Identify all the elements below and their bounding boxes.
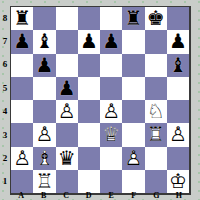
square-c8[interactable] [56,7,78,30]
rank-label-4: 4 [0,100,10,123]
square-h7[interactable]: ♟ [167,30,189,53]
square-f3[interactable] [122,123,144,146]
square-h1[interactable]: ♚♔ [167,170,189,193]
square-c6[interactable] [56,54,78,77]
file-label-e: E [100,192,123,200]
square-b1[interactable]: ♜♖ [33,170,55,193]
square-b6[interactable]: ♟ [33,54,55,77]
square-b3[interactable]: ♟♙ [33,123,55,146]
square-d6[interactable] [78,54,100,77]
square-h8[interactable] [167,7,189,30]
piece-black-queen[interactable]: ♛ [56,147,78,170]
square-c4[interactable]: ♟♙ [56,100,78,123]
square-g8[interactable]: ♚ [145,7,167,30]
rank-labels: 87654321 [0,6,10,193]
square-c5[interactable]: ♟ [56,77,78,100]
rank-label-8: 8 [0,6,10,29]
piece-outline-layer: ♙ [102,100,120,123]
piece-outline-layer: ♔ [169,170,187,193]
piece-fill-layer: ♟ [35,54,53,77]
square-g4[interactable]: ♞♘ [145,100,167,123]
piece-fill-layer: ♟ [102,30,120,53]
piece-fill-layer: ♛ [58,147,76,170]
piece-outline-layer: ♙ [169,123,187,146]
square-f2[interactable]: ♟♙ [122,147,144,170]
piece-white-rook[interactable]: ♜♖ [33,170,55,193]
square-a5[interactable] [11,77,33,100]
square-d7[interactable]: ♟ [78,30,100,53]
piece-black-rook[interactable]: ♜ [122,7,144,30]
piece-fill-layer: ♝ [35,30,53,53]
piece-outline-layer: ♘ [147,100,165,123]
square-f5[interactable] [122,77,144,100]
square-e2[interactable] [100,147,122,170]
piece-fill-layer: ♝ [169,54,187,77]
square-a1[interactable] [11,170,33,193]
piece-white-bishop[interactable]: ♝♗ [33,147,55,170]
square-f7[interactable] [122,30,144,53]
square-g6[interactable] [145,54,167,77]
square-g5[interactable] [145,77,167,100]
square-c1[interactable] [56,170,78,193]
square-c7[interactable] [56,30,78,53]
square-a3[interactable] [11,123,33,146]
file-label-b: B [33,192,56,200]
square-h6[interactable]: ♝ [167,54,189,77]
piece-white-pawn[interactable]: ♟♙ [56,100,78,123]
square-f6[interactable] [122,54,144,77]
rank-label-2: 2 [0,146,10,169]
piece-outline-layer: ♙ [124,147,142,170]
square-a2[interactable]: ♟♙ [11,147,33,170]
square-e6[interactable] [100,54,122,77]
square-f1[interactable] [122,170,144,193]
square-c2[interactable]: ♛ [56,147,78,170]
piece-black-pawn[interactable]: ♟ [33,54,55,77]
file-label-g: G [145,192,168,200]
square-f8[interactable]: ♜ [122,7,144,30]
rank-label-3: 3 [0,123,10,146]
piece-fill-layer: ♟ [169,30,187,53]
square-h5[interactable] [167,77,189,100]
piece-white-pawn[interactable]: ♟♙ [11,147,33,170]
piece-fill-layer: ♟ [80,30,98,53]
piece-black-rook[interactable]: ♜ [11,7,33,30]
rank-label-1: 1 [0,170,10,193]
square-f4[interactable] [122,100,144,123]
piece-outline-layer: ♕ [102,123,120,146]
square-d1[interactable] [78,170,100,193]
square-b7[interactable]: ♝ [33,30,55,53]
piece-black-pawn[interactable]: ♟ [167,30,189,53]
square-e3[interactable]: ♛♕ [100,123,122,146]
rank-label-6: 6 [0,53,10,76]
piece-fill-layer: ♚ [147,7,165,30]
square-h4[interactable] [167,100,189,123]
piece-white-pawn[interactable]: ♟♙ [167,123,189,146]
piece-fill-layer: ♟ [58,77,76,100]
square-a8[interactable]: ♜ [11,7,33,30]
square-e5[interactable] [100,77,122,100]
square-a7[interactable]: ♟ [11,30,33,53]
piece-black-pawn[interactable]: ♟ [11,30,33,53]
square-e8[interactable] [100,7,122,30]
square-h2[interactable] [167,147,189,170]
piece-black-bishop[interactable]: ♝ [167,54,189,77]
file-label-c: C [55,192,78,200]
file-labels: ABCDEFGH [10,192,190,200]
square-g3[interactable]: ♜♖ [145,123,167,146]
square-b4[interactable] [33,100,55,123]
rank-label-7: 7 [0,29,10,52]
piece-fill-layer: ♜ [13,7,31,30]
piece-white-knight[interactable]: ♞♘ [145,100,167,123]
square-a4[interactable] [11,100,33,123]
square-d8[interactable] [78,7,100,30]
square-d5[interactable] [78,77,100,100]
square-g7[interactable] [145,30,167,53]
piece-black-bishop[interactable]: ♝ [33,30,55,53]
square-d2[interactable] [78,147,100,170]
piece-white-rook[interactable]: ♜♖ [145,123,167,146]
square-d4[interactable] [78,100,100,123]
square-e4[interactable]: ♟♙ [100,100,122,123]
chess-board: ♜♜♚♟♝♟♟♟♟♝♟♟♙♟♙♞♘♟♙♛♕♜♖♟♙♟♙♝♗♛♟♙♜♖♚♔ [10,6,191,195]
square-h3[interactable]: ♟♙ [167,123,189,146]
file-label-a: A [10,192,33,200]
piece-outline-layer: ♖ [147,123,165,146]
square-d3[interactable] [78,123,100,146]
file-label-d: D [78,192,101,200]
square-g2[interactable] [145,147,167,170]
piece-black-pawn[interactable]: ♟ [56,77,78,100]
piece-black-pawn[interactable]: ♟ [100,30,122,53]
square-b8[interactable] [33,7,55,30]
piece-white-king[interactable]: ♚♔ [167,170,189,193]
square-e7[interactable]: ♟ [100,30,122,53]
piece-black-king[interactable]: ♚ [145,7,167,30]
piece-outline-layer: ♙ [35,123,53,146]
square-a6[interactable] [11,54,33,77]
rank-label-5: 5 [0,76,10,99]
square-b5[interactable] [33,77,55,100]
piece-white-pawn[interactable]: ♟♙ [122,147,144,170]
file-label-h: H [168,192,191,200]
piece-outline-layer: ♙ [13,147,31,170]
chess-app-window: 87654321 ♜♜♚♟♝♟♟♟♟♝♟♟♙♟♙♞♘♟♙♛♕♜♖♟♙♟♙♝♗♛♟… [0,0,200,200]
piece-white-pawn[interactable]: ♟♙ [100,100,122,123]
piece-white-pawn[interactable]: ♟♙ [33,123,55,146]
square-b2[interactable]: ♝♗ [33,147,55,170]
square-e1[interactable] [100,170,122,193]
square-c3[interactable] [56,123,78,146]
piece-fill-layer: ♜ [124,7,142,30]
piece-outline-layer: ♖ [35,170,53,193]
piece-black-pawn[interactable]: ♟ [78,30,100,53]
square-g1[interactable] [145,170,167,193]
piece-outline-layer: ♙ [58,100,76,123]
piece-fill-layer: ♟ [13,30,31,53]
file-label-f: F [123,192,146,200]
piece-outline-layer: ♗ [35,147,53,170]
piece-white-queen[interactable]: ♛♕ [100,123,122,146]
